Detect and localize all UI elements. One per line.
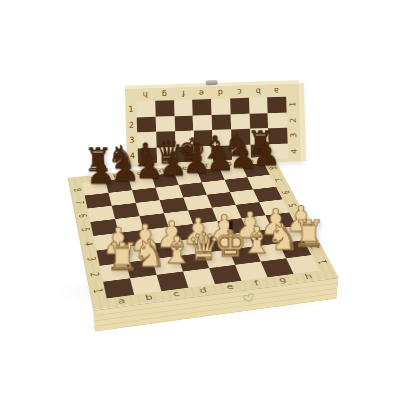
light-rook-piece: ♜	[97, 232, 146, 279]
king-finial-tip	[228, 221, 231, 229]
rank-label: 7	[266, 175, 292, 184]
board-scene: abcdefgh abcdefgh 87654321 87654321 ♡ ♜♞…	[0, 0, 400, 400]
board-clasp-icon: ♡	[241, 291, 256, 305]
king-finial-tip	[190, 130, 193, 137]
chess-set-photo: hgfedcba 1234 1234 abcdefgh abcdefgh 876…	[0, 0, 400, 400]
chess-board: abcdefgh abcdefgh 87654321 87654321 ♡ ♜♞…	[68, 155, 339, 310]
